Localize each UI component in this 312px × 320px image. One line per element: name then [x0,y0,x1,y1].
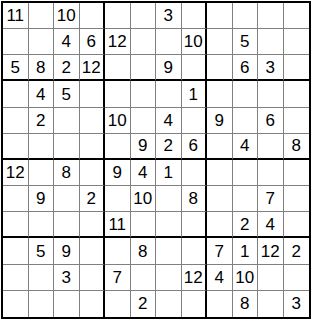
cell-r2c2[interactable] [29,29,55,55]
cell-r9c4[interactable] [80,212,106,238]
cell-r4c1[interactable] [3,81,29,107]
cell-r9c12[interactable] [284,212,310,238]
cell-r1c5[interactable] [105,3,131,29]
cell-r11c12[interactable] [284,265,310,291]
cell-r12c12: 3 [284,291,310,317]
cell-r4c3: 5 [54,81,80,107]
cell-r7c2[interactable] [29,160,55,186]
cell-r8c1[interactable] [3,186,29,212]
cell-r8c8: 8 [182,186,208,212]
cell-r5c7: 4 [156,108,182,134]
cell-r10c10: 1 [233,238,259,264]
cell-r10c2: 5 [29,238,55,264]
cell-r9c10: 2 [233,212,259,238]
cell-r7c10[interactable] [233,160,259,186]
cell-r2c8: 10 [182,29,208,55]
cell-r7c1: 12 [3,160,29,186]
cell-r4c9[interactable] [207,81,233,107]
cell-r5c8[interactable] [182,108,208,134]
cell-r5c4[interactable] [80,108,106,134]
cell-r8c3[interactable] [54,186,80,212]
cell-r12c5[interactable] [105,291,131,317]
cell-r5c3[interactable] [54,108,80,134]
cell-r7c9[interactable] [207,160,233,186]
cell-r5c9: 9 [207,108,233,134]
cell-r2c7[interactable] [156,29,182,55]
cell-r12c8[interactable] [182,291,208,317]
cell-r6c1[interactable] [3,134,29,160]
cell-r5c12[interactable] [284,108,310,134]
cell-r9c3[interactable] [54,212,80,238]
cell-r11c8: 12 [182,265,208,291]
cell-r12c7[interactable] [156,291,182,317]
cell-r2c10: 5 [233,29,259,55]
cell-r6c11[interactable] [258,134,284,160]
cell-r4c8: 1 [182,81,208,107]
cell-r8c6: 10 [131,186,157,212]
cell-r7c11[interactable] [258,160,284,186]
cell-r3c5[interactable] [105,55,131,81]
cell-r6c8: 6 [182,134,208,160]
cell-r6c7: 2 [156,134,182,160]
cell-r1c2[interactable] [29,3,55,29]
cell-r5c6[interactable] [131,108,157,134]
cell-r4c12[interactable] [284,81,310,107]
cell-r9c11: 4 [258,212,284,238]
cell-r8c5[interactable] [105,186,131,212]
cell-r11c2[interactable] [29,265,55,291]
cell-r7c3: 8 [54,160,80,186]
cell-r4c4[interactable] [80,81,106,107]
cell-r8c9[interactable] [207,186,233,212]
cell-r7c7: 1 [156,160,182,186]
cell-r9c6[interactable] [131,212,157,238]
cell-r7c5: 9 [105,160,131,186]
cell-r1c1: 11 [3,3,29,29]
cell-r1c8[interactable] [182,3,208,29]
cell-r1c4[interactable] [80,3,106,29]
cell-r6c5[interactable] [105,134,131,160]
cell-r6c9[interactable] [207,134,233,160]
cell-r3c9[interactable] [207,55,233,81]
cell-r9c7[interactable] [156,212,182,238]
cell-r10c1[interactable] [3,238,29,264]
cell-r12c6: 2 [131,291,157,317]
cell-r2c6[interactable] [131,29,157,55]
cell-r3c11: 3 [258,55,284,81]
cell-r9c5: 11 [105,212,131,238]
cell-r5c10[interactable] [233,108,259,134]
cell-r6c12: 8 [284,134,310,160]
cell-r3c12[interactable] [284,55,310,81]
cell-r1c9[interactable] [207,3,233,29]
cell-r4c11[interactable] [258,81,284,107]
cell-r11c7[interactable] [156,265,182,291]
cell-r11c5: 7 [105,265,131,291]
cell-r8c11: 7 [258,186,284,212]
cell-r7c8[interactable] [182,160,208,186]
cell-r11c4[interactable] [80,265,106,291]
cell-r2c11[interactable] [258,29,284,55]
cell-r4c10[interactable] [233,81,259,107]
cell-r5c2: 2 [29,108,55,134]
sudoku-board: 1110346121055821296345121049692648128941… [1,1,311,319]
cell-r12c10: 8 [233,291,259,317]
cell-r8c12[interactable] [284,186,310,212]
cell-r11c10: 10 [233,265,259,291]
cell-r3c7: 9 [156,55,182,81]
cell-r3c6[interactable] [131,55,157,81]
cell-r1c3: 10 [54,3,80,29]
cell-r6c10: 4 [233,134,259,160]
cell-r9c1[interactable] [3,212,29,238]
cell-r1c6[interactable] [131,3,157,29]
cell-r8c10[interactable] [233,186,259,212]
cell-r10c3: 9 [54,238,80,264]
cell-r6c3[interactable] [54,134,80,160]
cell-r11c3: 3 [54,265,80,291]
cell-r4c5[interactable] [105,81,131,107]
cell-r5c1[interactable] [3,108,29,134]
cell-r12c1[interactable] [3,291,29,317]
cell-r11c1[interactable] [3,265,29,291]
cell-r4c6[interactable] [131,81,157,107]
cell-r11c11[interactable] [258,265,284,291]
cell-r3c1: 5 [3,55,29,81]
cell-r2c1[interactable] [3,29,29,55]
cell-r10c9: 7 [207,238,233,264]
cell-r8c7[interactable] [156,186,182,212]
cell-r2c9[interactable] [207,29,233,55]
cell-r3c8[interactable] [182,55,208,81]
cell-r10c5[interactable] [105,238,131,264]
cell-r9c2[interactable] [29,212,55,238]
cell-r4c2: 4 [29,81,55,107]
cell-r10c6: 8 [131,238,157,264]
cell-r12c11[interactable] [258,291,284,317]
cell-r10c12: 2 [284,238,310,264]
cell-r11c6[interactable] [131,265,157,291]
cell-r7c12[interactable] [284,160,310,186]
cell-r3c3: 2 [54,55,80,81]
cell-r10c8[interactable] [182,238,208,264]
cell-r1c12[interactable] [284,3,310,29]
cell-r4c7[interactable] [156,81,182,107]
cell-r12c9[interactable] [207,291,233,317]
cell-r6c6: 9 [131,134,157,160]
cell-r2c5: 12 [105,29,131,55]
cell-r6c4[interactable] [80,134,106,160]
cell-r12c3[interactable] [54,291,80,317]
cell-r1c11[interactable] [258,3,284,29]
cell-r2c3: 4 [54,29,80,55]
cell-r8c4: 2 [80,186,106,212]
cell-r5c11: 6 [258,108,284,134]
cell-r12c2[interactable] [29,291,55,317]
cell-r9c9[interactable] [207,212,233,238]
cell-r10c7[interactable] [156,238,182,264]
cell-r11c9: 4 [207,265,233,291]
cell-r10c4[interactable] [80,238,106,264]
cell-r3c10: 6 [233,55,259,81]
cell-r9c8[interactable] [182,212,208,238]
cell-r1c7: 3 [156,3,182,29]
cell-r2c12[interactable] [284,29,310,55]
cell-r1c10[interactable] [233,3,259,29]
cell-r3c4: 12 [80,55,106,81]
cell-r7c6: 4 [131,160,157,186]
cell-r8c2: 9 [29,186,55,212]
cell-r6c2[interactable] [29,134,55,160]
cell-r2c4: 6 [80,29,106,55]
cell-r10c11: 12 [258,238,284,264]
cell-r3c2: 8 [29,55,55,81]
cell-r12c4[interactable] [80,291,106,317]
cell-r5c5: 10 [105,108,131,134]
cell-r7c4[interactable] [80,160,106,186]
